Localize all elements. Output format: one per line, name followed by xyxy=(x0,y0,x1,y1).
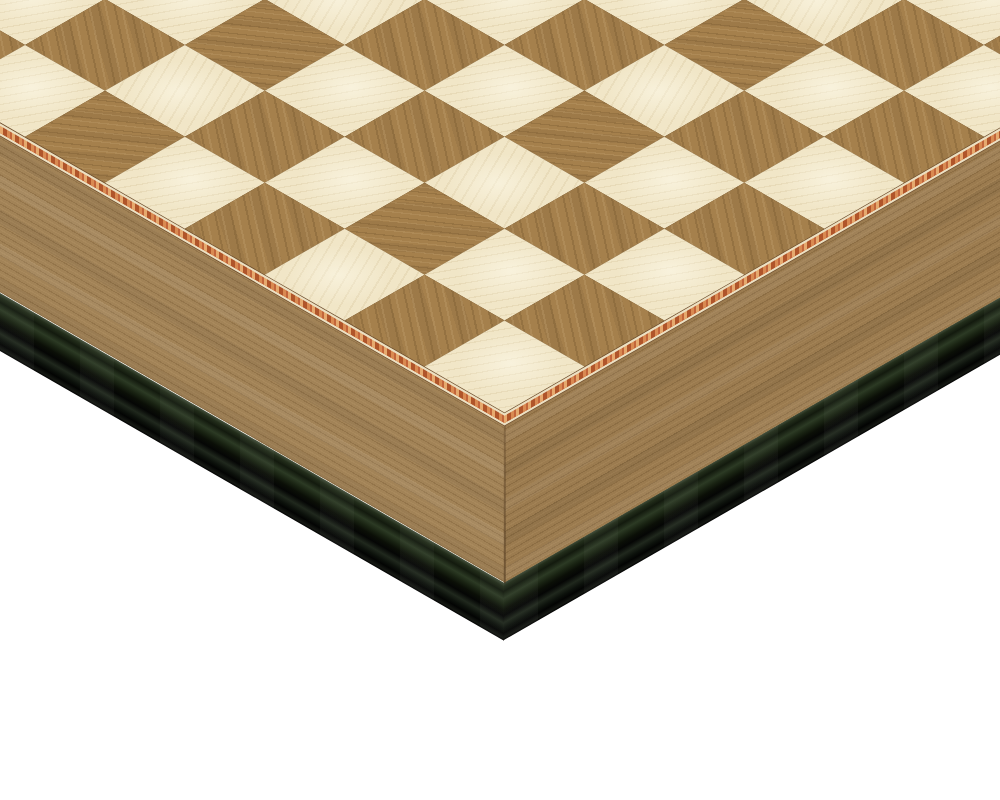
frame-miter-seam xyxy=(503,412,505,583)
chessboard-product-photo xyxy=(0,0,1000,800)
